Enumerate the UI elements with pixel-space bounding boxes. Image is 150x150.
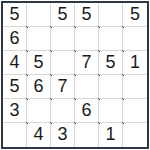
clue-digit: 5 — [9, 5, 19, 23]
clue-digit: 1 — [130, 53, 140, 71]
clue-digit: 5 — [33, 53, 43, 71]
cell-r5c5[interactable] — [99, 99, 123, 123]
cell-r4c5[interactable] — [99, 75, 123, 99]
clue-digit: 6 — [9, 29, 19, 47]
cell-r4c3[interactable]: 7 — [51, 75, 75, 99]
cell-r5c2[interactable] — [27, 99, 51, 123]
clue-digit: 7 — [81, 53, 91, 71]
cell-r2c4[interactable] — [75, 27, 99, 51]
cell-r5c6[interactable] — [123, 99, 147, 123]
cell-r1c4[interactable]: 5 — [75, 3, 99, 27]
cell-r5c3[interactable] — [51, 99, 75, 123]
cell-r6c3[interactable]: 3 — [51, 123, 75, 147]
cell-r6c5[interactable]: 1 — [99, 123, 123, 147]
cell-r5c1[interactable]: 3 — [3, 99, 27, 123]
clue-digit: 4 — [33, 125, 43, 143]
cell-r1c2[interactable] — [27, 3, 51, 27]
cell-r5c4[interactable]: 6 — [75, 99, 99, 123]
cell-r6c6[interactable] — [123, 123, 147, 147]
cell-r3c6[interactable]: 1 — [123, 51, 147, 75]
cell-r6c4[interactable] — [75, 123, 99, 147]
clue-digit: 5 — [81, 5, 91, 23]
clue-digit: 5 — [130, 5, 140, 23]
cell-r4c4[interactable] — [75, 75, 99, 99]
cell-r3c4[interactable]: 7 — [75, 51, 99, 75]
puzzle-board: 555564575156736431 — [1, 1, 149, 149]
clue-digit: 5 — [105, 53, 115, 71]
puzzle-grid: 555564575156736431 — [3, 3, 147, 147]
cell-r2c6[interactable] — [123, 27, 147, 51]
cell-r3c2[interactable]: 5 — [27, 51, 51, 75]
cell-r2c2[interactable] — [27, 27, 51, 51]
cell-r3c5[interactable]: 5 — [99, 51, 123, 75]
clue-digit: 3 — [9, 101, 19, 119]
cell-r1c3[interactable]: 5 — [51, 3, 75, 27]
cell-r1c6[interactable]: 5 — [123, 3, 147, 27]
clue-digit: 5 — [9, 77, 19, 95]
cell-r2c5[interactable] — [99, 27, 123, 51]
cell-r4c1[interactable]: 5 — [3, 75, 27, 99]
cell-r1c5[interactable] — [99, 3, 123, 27]
clue-digit: 3 — [57, 125, 67, 143]
cell-r4c2[interactable]: 6 — [27, 75, 51, 99]
cell-r2c1[interactable]: 6 — [3, 27, 27, 51]
clue-digit: 6 — [33, 77, 43, 95]
cell-r4c6[interactable] — [123, 75, 147, 99]
clue-digit: 1 — [105, 125, 115, 143]
cell-r6c2[interactable]: 4 — [27, 123, 51, 147]
clue-digit: 4 — [9, 53, 19, 71]
cell-r3c1[interactable]: 4 — [3, 51, 27, 75]
cell-r1c1[interactable]: 5 — [3, 3, 27, 27]
cell-r6c1[interactable] — [3, 123, 27, 147]
clue-digit: 6 — [81, 101, 91, 119]
cell-r2c3[interactable] — [51, 27, 75, 51]
clue-digit: 5 — [57, 5, 67, 23]
cell-r3c3[interactable] — [51, 51, 75, 75]
clue-digit: 7 — [57, 77, 67, 95]
